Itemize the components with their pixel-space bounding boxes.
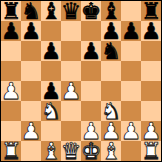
chess-board: ♜♞♝♛♚♝♜♟♟♟♟♟♟♟♞♟♟♟♞♞♟♟♟♟♟♜♝♛♚♝♜: [0, 0, 162, 162]
square-e5[interactable]: [81, 61, 101, 81]
square-a4[interactable]: ♟: [1, 81, 21, 101]
piece-white-rook[interactable]: ♜: [141, 141, 162, 161]
square-b4[interactable]: [21, 81, 41, 101]
square-d3[interactable]: [61, 101, 81, 121]
square-f6[interactable]: ♞: [101, 41, 121, 61]
square-g2[interactable]: ♟: [121, 121, 141, 141]
square-g6[interactable]: [121, 41, 141, 61]
square-b6[interactable]: [21, 41, 41, 61]
square-h7[interactable]: ♟: [141, 21, 161, 41]
piece-white-rook[interactable]: ♜: [1, 141, 22, 161]
piece-white-pawn[interactable]: ♟: [21, 121, 42, 141]
piece-black-pawn[interactable]: ♟: [21, 21, 42, 41]
piece-black-pawn[interactable]: ♟: [81, 41, 102, 61]
square-c8[interactable]: ♝: [41, 1, 61, 21]
square-f5[interactable]: [101, 61, 121, 81]
piece-black-queen[interactable]: ♛: [61, 1, 82, 21]
square-d7[interactable]: [61, 21, 81, 41]
piece-white-knight[interactable]: ♞: [41, 101, 62, 121]
square-b7[interactable]: ♟: [21, 21, 41, 41]
square-b2[interactable]: ♟: [21, 121, 41, 141]
piece-black-pawn[interactable]: ♟: [1, 21, 22, 41]
square-h5[interactable]: [141, 61, 161, 81]
piece-black-bishop[interactable]: ♝: [41, 1, 62, 21]
square-b1[interactable]: [21, 141, 41, 161]
square-g7[interactable]: ♟: [121, 21, 141, 41]
piece-white-pawn[interactable]: ♟: [1, 81, 22, 101]
piece-black-king[interactable]: ♚: [81, 1, 102, 21]
piece-black-knight[interactable]: ♞: [101, 41, 122, 61]
square-g4[interactable]: [121, 81, 141, 101]
piece-black-pawn[interactable]: ♟: [41, 41, 62, 61]
piece-white-queen[interactable]: ♛: [61, 141, 82, 161]
square-a3[interactable]: [1, 101, 21, 121]
square-c6[interactable]: ♟: [41, 41, 61, 61]
piece-black-pawn[interactable]: ♟: [141, 21, 162, 41]
piece-white-king[interactable]: ♚: [81, 141, 102, 161]
square-e1[interactable]: ♚: [81, 141, 101, 161]
square-h4[interactable]: [141, 81, 161, 101]
piece-white-bishop[interactable]: ♝: [101, 141, 122, 161]
square-g1[interactable]: [121, 141, 141, 161]
square-e6[interactable]: ♟: [81, 41, 101, 61]
square-e8[interactable]: ♚: [81, 1, 101, 21]
square-f1[interactable]: ♝: [101, 141, 121, 161]
square-a1[interactable]: ♜: [1, 141, 21, 161]
square-g5[interactable]: [121, 61, 141, 81]
piece-white-pawn[interactable]: ♟: [121, 121, 142, 141]
piece-white-pawn[interactable]: ♟: [61, 81, 82, 101]
square-a6[interactable]: [1, 41, 21, 61]
square-h6[interactable]: [141, 41, 161, 61]
square-d6[interactable]: [61, 41, 81, 61]
square-c1[interactable]: ♝: [41, 141, 61, 161]
piece-black-pawn[interactable]: ♟: [121, 21, 142, 41]
square-d4[interactable]: ♟: [61, 81, 81, 101]
square-d1[interactable]: ♛: [61, 141, 81, 161]
piece-white-bishop[interactable]: ♝: [41, 141, 62, 161]
square-a7[interactable]: ♟: [1, 21, 21, 41]
square-h1[interactable]: ♜: [141, 141, 161, 161]
square-c3[interactable]: ♞: [41, 101, 61, 121]
square-b5[interactable]: [21, 61, 41, 81]
square-e4[interactable]: [81, 81, 101, 101]
square-d8[interactable]: ♛: [61, 1, 81, 21]
